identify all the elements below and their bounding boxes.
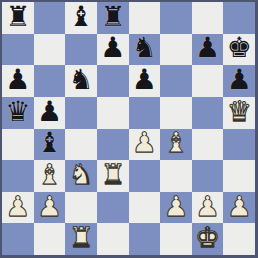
square-d1[interactable] — [97, 223, 129, 255]
square-h7[interactable]: ♚ — [223, 34, 255, 66]
square-h6[interactable]: ♟ — [223, 65, 255, 97]
square-b5[interactable]: ♟ — [34, 97, 66, 129]
piece-white-knight: ♞ — [69, 161, 94, 189]
piece-black-knight: ♞ — [69, 66, 94, 94]
piece-black-king: ♚ — [227, 34, 252, 62]
piece-black-rook: ♜ — [5, 3, 30, 31]
square-b6[interactable] — [34, 65, 66, 97]
square-b3[interactable]: ♝ — [34, 160, 66, 192]
square-h4[interactable] — [223, 129, 255, 161]
square-g2[interactable]: ♟ — [192, 192, 224, 224]
square-f2[interactable]: ♟ — [160, 192, 192, 224]
piece-white-pawn: ♟ — [195, 193, 220, 221]
square-d7[interactable]: ♟ — [97, 34, 129, 66]
square-c4[interactable] — [65, 129, 97, 161]
piece-black-pawn: ♟ — [227, 66, 252, 94]
piece-white-bishop: ♝ — [37, 161, 62, 189]
square-g7[interactable]: ♟ — [192, 34, 224, 66]
piece-white-rook: ♜ — [100, 161, 125, 189]
square-b8[interactable] — [34, 2, 66, 34]
square-c8[interactable]: ♝ — [65, 2, 97, 34]
chess-board-frame: ♜♝♜♟♞♟♚♟♞♟♟♛♟♛♝♟♝♝♞♜♟♟♟♟♟♜♚ — [0, 0, 258, 258]
square-a4[interactable] — [2, 129, 34, 161]
chess-board: ♜♝♜♟♞♟♚♟♞♟♟♛♟♛♝♟♝♝♞♜♟♟♟♟♟♜♚ — [2, 2, 255, 255]
piece-white-pawn: ♟ — [5, 193, 30, 221]
square-f1[interactable] — [160, 223, 192, 255]
square-c3[interactable]: ♞ — [65, 160, 97, 192]
piece-black-pawn: ♟ — [37, 98, 62, 126]
square-g8[interactable] — [192, 2, 224, 34]
square-f4[interactable]: ♝ — [160, 129, 192, 161]
piece-black-rook: ♜ — [100, 3, 125, 31]
square-b1[interactable] — [34, 223, 66, 255]
square-e2[interactable] — [129, 192, 161, 224]
piece-black-pawn: ♟ — [132, 66, 157, 94]
square-d3[interactable]: ♜ — [97, 160, 129, 192]
square-d2[interactable] — [97, 192, 129, 224]
square-e6[interactable]: ♟ — [129, 65, 161, 97]
piece-white-bishop: ♝ — [163, 129, 188, 157]
square-a7[interactable] — [2, 34, 34, 66]
square-g4[interactable] — [192, 129, 224, 161]
square-d4[interactable] — [97, 129, 129, 161]
piece-black-bishop: ♝ — [69, 3, 94, 31]
square-g6[interactable] — [192, 65, 224, 97]
square-e8[interactable] — [129, 2, 161, 34]
square-f8[interactable] — [160, 2, 192, 34]
square-h3[interactable] — [223, 160, 255, 192]
square-e1[interactable] — [129, 223, 161, 255]
piece-black-pawn: ♟ — [100, 34, 125, 62]
square-h8[interactable] — [223, 2, 255, 34]
piece-white-king: ♚ — [195, 224, 220, 252]
square-c1[interactable]: ♜ — [65, 223, 97, 255]
square-h5[interactable]: ♛ — [223, 97, 255, 129]
square-a2[interactable]: ♟ — [2, 192, 34, 224]
square-g5[interactable] — [192, 97, 224, 129]
square-f7[interactable] — [160, 34, 192, 66]
square-c2[interactable] — [65, 192, 97, 224]
square-a6[interactable]: ♟ — [2, 65, 34, 97]
piece-black-pawn: ♟ — [5, 66, 30, 94]
square-a5[interactable]: ♛ — [2, 97, 34, 129]
square-h2[interactable]: ♟ — [223, 192, 255, 224]
square-a8[interactable]: ♜ — [2, 2, 34, 34]
square-e7[interactable]: ♞ — [129, 34, 161, 66]
square-c7[interactable] — [65, 34, 97, 66]
square-h1[interactable] — [223, 223, 255, 255]
square-f6[interactable] — [160, 65, 192, 97]
square-d5[interactable] — [97, 97, 129, 129]
square-b4[interactable]: ♝ — [34, 129, 66, 161]
piece-black-pawn: ♟ — [195, 34, 220, 62]
piece-white-pawn: ♟ — [227, 193, 252, 221]
square-f5[interactable] — [160, 97, 192, 129]
square-c6[interactable]: ♞ — [65, 65, 97, 97]
piece-white-pawn: ♟ — [37, 193, 62, 221]
square-a1[interactable] — [2, 223, 34, 255]
square-d6[interactable] — [97, 65, 129, 97]
square-e5[interactable] — [129, 97, 161, 129]
piece-white-pawn: ♟ — [163, 193, 188, 221]
piece-white-queen: ♛ — [227, 98, 252, 126]
piece-black-queen: ♛ — [5, 98, 30, 126]
square-b7[interactable] — [34, 34, 66, 66]
square-b2[interactable]: ♟ — [34, 192, 66, 224]
piece-white-rook: ♜ — [69, 224, 94, 252]
piece-black-bishop: ♝ — [37, 129, 62, 157]
square-e3[interactable] — [129, 160, 161, 192]
piece-black-knight: ♞ — [132, 34, 157, 62]
piece-white-pawn: ♟ — [132, 129, 157, 157]
square-c5[interactable] — [65, 97, 97, 129]
square-e4[interactable]: ♟ — [129, 129, 161, 161]
square-d8[interactable]: ♜ — [97, 2, 129, 34]
square-g1[interactable]: ♚ — [192, 223, 224, 255]
square-a3[interactable] — [2, 160, 34, 192]
square-f3[interactable] — [160, 160, 192, 192]
square-g3[interactable] — [192, 160, 224, 192]
